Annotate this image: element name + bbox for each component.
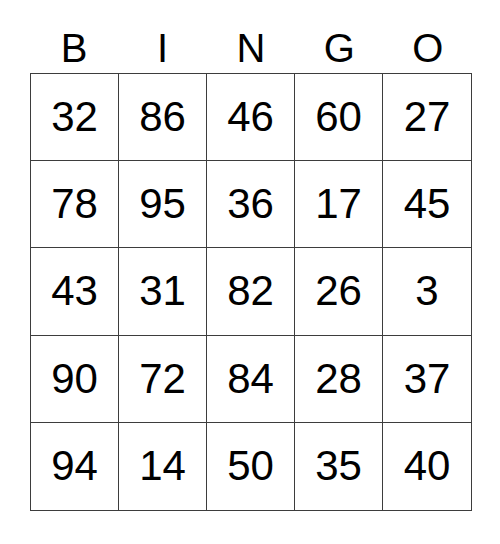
bingo-cell-r2c1[interactable]: 78	[31, 161, 119, 248]
header-letter-g: G	[295, 0, 383, 73]
bingo-cell-r3c5[interactable]: 3	[383, 248, 471, 335]
bingo-cell-r1c3[interactable]: 46	[207, 74, 295, 161]
bingo-cell-r3c4[interactable]: 26	[295, 248, 383, 335]
bingo-cell-r2c3[interactable]: 36	[207, 161, 295, 248]
bingo-cell-r5c5[interactable]: 40	[383, 423, 471, 510]
bingo-cell-r1c5[interactable]: 27	[383, 74, 471, 161]
header-letter-i: I	[118, 0, 206, 73]
bingo-board: 3286466027789536174543318226390728428379…	[30, 73, 472, 511]
bingo-cell-r4c3[interactable]: 84	[207, 336, 295, 423]
bingo-cell-r3c3[interactable]: 82	[207, 248, 295, 335]
bingo-cell-r1c2[interactable]: 86	[119, 74, 207, 161]
bingo-cell-r5c2[interactable]: 14	[119, 423, 207, 510]
bingo-header-row: BINGO	[30, 0, 472, 73]
bingo-cell-r2c4[interactable]: 17	[295, 161, 383, 248]
bingo-cell-r3c1[interactable]: 43	[31, 248, 119, 335]
header-letter-b: B	[30, 0, 118, 73]
bingo-cell-r4c2[interactable]: 72	[119, 336, 207, 423]
bingo-cell-r1c4[interactable]: 60	[295, 74, 383, 161]
bingo-cell-r2c2[interactable]: 95	[119, 161, 207, 248]
bingo-cell-r5c4[interactable]: 35	[295, 423, 383, 510]
header-letter-n: N	[207, 0, 295, 73]
header-letter-o: O	[384, 0, 472, 73]
bingo-cell-r3c2[interactable]: 31	[119, 248, 207, 335]
bingo-cell-r4c1[interactable]: 90	[31, 336, 119, 423]
bingo-cell-r2c5[interactable]: 45	[383, 161, 471, 248]
bingo-cell-r4c4[interactable]: 28	[295, 336, 383, 423]
bingo-cell-r1c1[interactable]: 32	[31, 74, 119, 161]
bingo-cell-r4c5[interactable]: 37	[383, 336, 471, 423]
bingo-card: BINGO 3286466027789536174543318226390728…	[0, 0, 500, 544]
bingo-cell-r5c1[interactable]: 94	[31, 423, 119, 510]
bingo-cell-r5c3[interactable]: 50	[207, 423, 295, 510]
